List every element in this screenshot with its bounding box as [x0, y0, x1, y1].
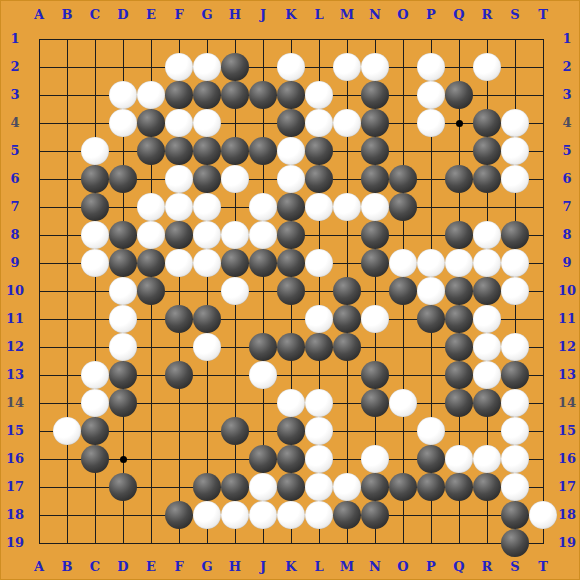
board-cell-E19[interactable]: [137, 529, 165, 557]
board-cell-N6[interactable]: [361, 165, 389, 193]
board-cell-P10[interactable]: [417, 277, 445, 305]
board-cell-L12[interactable]: [305, 333, 333, 361]
board-cell-B16[interactable]: [53, 445, 81, 473]
board-cell-Q12[interactable]: [445, 333, 473, 361]
board-cell-L17[interactable]: [305, 473, 333, 501]
board-cell-M5[interactable]: [333, 137, 361, 165]
board-cell-Q1[interactable]: [445, 25, 473, 53]
board-cell-L3[interactable]: [305, 81, 333, 109]
board-cell-S5[interactable]: [501, 137, 529, 165]
board-cell-Q3[interactable]: [445, 81, 473, 109]
board-cell-S15[interactable]: [501, 417, 529, 445]
board-cell-A12[interactable]: [25, 333, 53, 361]
board-cell-O8[interactable]: [389, 221, 417, 249]
board-cell-Q2[interactable]: [445, 53, 473, 81]
board-cell-B15[interactable]: [53, 417, 81, 445]
board-cell-A8[interactable]: [25, 221, 53, 249]
board-cell-H7[interactable]: [221, 193, 249, 221]
board-cell-O4[interactable]: [389, 109, 417, 137]
board-cell-C6[interactable]: [81, 165, 109, 193]
board-cell-F9[interactable]: [165, 249, 193, 277]
board-cell-T1[interactable]: [529, 25, 557, 53]
board-cell-O3[interactable]: [389, 81, 417, 109]
board-cell-C15[interactable]: [81, 417, 109, 445]
board-cell-T10[interactable]: [529, 277, 557, 305]
board-cell-B9[interactable]: [53, 249, 81, 277]
board-cell-D6[interactable]: [109, 165, 137, 193]
board-cell-B6[interactable]: [53, 165, 81, 193]
board-cell-Q10[interactable]: [445, 277, 473, 305]
board-cell-M11[interactable]: [333, 305, 361, 333]
board-cell-A14[interactable]: [25, 389, 53, 417]
board-cell-H18[interactable]: [221, 501, 249, 529]
board-cell-G4[interactable]: [193, 109, 221, 137]
board-cell-D5[interactable]: [109, 137, 137, 165]
board-cell-T8[interactable]: [529, 221, 557, 249]
board-cell-N11[interactable]: [361, 305, 389, 333]
board-cell-T11[interactable]: [529, 305, 557, 333]
board-cell-M15[interactable]: [333, 417, 361, 445]
board-cell-D4[interactable]: [109, 109, 137, 137]
board-cell-P8[interactable]: [417, 221, 445, 249]
board-cell-H17[interactable]: [221, 473, 249, 501]
board-cell-K17[interactable]: [277, 473, 305, 501]
board-cell-G9[interactable]: [193, 249, 221, 277]
board-cell-A4[interactable]: [25, 109, 53, 137]
board-cell-B12[interactable]: [53, 333, 81, 361]
board-cell-P16[interactable]: [417, 445, 445, 473]
board-cell-L1[interactable]: [305, 25, 333, 53]
board-cell-A6[interactable]: [25, 165, 53, 193]
board-cell-N2[interactable]: [361, 53, 389, 81]
board-cell-T2[interactable]: [529, 53, 557, 81]
board-cell-G15[interactable]: [193, 417, 221, 445]
board-cell-Q6[interactable]: [445, 165, 473, 193]
board-cell-D11[interactable]: [109, 305, 137, 333]
board-cell-H2[interactable]: [221, 53, 249, 81]
board-cell-S6[interactable]: [501, 165, 529, 193]
board-cell-C11[interactable]: [81, 305, 109, 333]
board-cell-A18[interactable]: [25, 501, 53, 529]
board-cell-N3[interactable]: [361, 81, 389, 109]
board-cell-P12[interactable]: [417, 333, 445, 361]
board-cell-E1[interactable]: [137, 25, 165, 53]
board-cell-A13[interactable]: [25, 361, 53, 389]
board-cell-J10[interactable]: [249, 277, 277, 305]
board-cell-E15[interactable]: [137, 417, 165, 445]
board-cell-C12[interactable]: [81, 333, 109, 361]
board-cell-F3[interactable]: [165, 81, 193, 109]
board-cell-M12[interactable]: [333, 333, 361, 361]
board-cell-R2[interactable]: [473, 53, 501, 81]
board-cell-B7[interactable]: [53, 193, 81, 221]
board-cell-E6[interactable]: [137, 165, 165, 193]
board-cell-F1[interactable]: [165, 25, 193, 53]
board-cell-F6[interactable]: [165, 165, 193, 193]
board-cell-L18[interactable]: [305, 501, 333, 529]
board-cell-C10[interactable]: [81, 277, 109, 305]
board-cell-Q13[interactable]: [445, 361, 473, 389]
board-cell-C2[interactable]: [81, 53, 109, 81]
board-cell-L13[interactable]: [305, 361, 333, 389]
board-cell-P7[interactable]: [417, 193, 445, 221]
board-cell-B5[interactable]: [53, 137, 81, 165]
board-cell-P4[interactable]: [417, 109, 445, 137]
board-cell-K13[interactable]: [277, 361, 305, 389]
board-cell-M13[interactable]: [333, 361, 361, 389]
board-cell-R16[interactable]: [473, 445, 501, 473]
board-cell-J9[interactable]: [249, 249, 277, 277]
board-cell-M3[interactable]: [333, 81, 361, 109]
board-cell-T12[interactable]: [529, 333, 557, 361]
board-cell-B13[interactable]: [53, 361, 81, 389]
board-cell-O9[interactable]: [389, 249, 417, 277]
board-cell-O18[interactable]: [389, 501, 417, 529]
board-cell-H8[interactable]: [221, 221, 249, 249]
board-cell-N13[interactable]: [361, 361, 389, 389]
board-cell-N9[interactable]: [361, 249, 389, 277]
board-cell-G3[interactable]: [193, 81, 221, 109]
board-cell-F17[interactable]: [165, 473, 193, 501]
board-cell-N7[interactable]: [361, 193, 389, 221]
board-cell-S3[interactable]: [501, 81, 529, 109]
board-cell-A19[interactable]: [25, 529, 53, 557]
board-cell-R8[interactable]: [473, 221, 501, 249]
board-cell-T4[interactable]: [529, 109, 557, 137]
board-cell-J14[interactable]: [249, 389, 277, 417]
board-cell-T19[interactable]: [529, 529, 557, 557]
board-cell-D16[interactable]: [109, 445, 137, 473]
board-cell-S17[interactable]: [501, 473, 529, 501]
board-cell-O12[interactable]: [389, 333, 417, 361]
board-cell-F2[interactable]: [165, 53, 193, 81]
board-cell-G18[interactable]: [193, 501, 221, 529]
board-cell-P18[interactable]: [417, 501, 445, 529]
board-cell-J18[interactable]: [249, 501, 277, 529]
board-cell-D15[interactable]: [109, 417, 137, 445]
board-cell-E9[interactable]: [137, 249, 165, 277]
board-cell-M4[interactable]: [333, 109, 361, 137]
board-cell-R1[interactable]: [473, 25, 501, 53]
board-cell-C18[interactable]: [81, 501, 109, 529]
board-cell-O7[interactable]: [389, 193, 417, 221]
board-cell-B10[interactable]: [53, 277, 81, 305]
board-cell-K12[interactable]: [277, 333, 305, 361]
board-cell-E17[interactable]: [137, 473, 165, 501]
board-cell-P2[interactable]: [417, 53, 445, 81]
board-cell-R14[interactable]: [473, 389, 501, 417]
board-cell-P11[interactable]: [417, 305, 445, 333]
board-cell-E2[interactable]: [137, 53, 165, 81]
board-cell-D9[interactable]: [109, 249, 137, 277]
board-cell-D12[interactable]: [109, 333, 137, 361]
board-cell-B2[interactable]: [53, 53, 81, 81]
board-cell-K8[interactable]: [277, 221, 305, 249]
board-cell-G13[interactable]: [193, 361, 221, 389]
board-cell-C5[interactable]: [81, 137, 109, 165]
board-cell-D18[interactable]: [109, 501, 137, 529]
board-cell-O1[interactable]: [389, 25, 417, 53]
board-cell-C1[interactable]: [81, 25, 109, 53]
board-cell-K7[interactable]: [277, 193, 305, 221]
board-cell-B18[interactable]: [53, 501, 81, 529]
board-cell-S12[interactable]: [501, 333, 529, 361]
board-cell-E4[interactable]: [137, 109, 165, 137]
board-cell-S9[interactable]: [501, 249, 529, 277]
board-cell-R5[interactable]: [473, 137, 501, 165]
board-cell-F7[interactable]: [165, 193, 193, 221]
board-cell-N14[interactable]: [361, 389, 389, 417]
board-cell-Q18[interactable]: [445, 501, 473, 529]
board-cell-T14[interactable]: [529, 389, 557, 417]
board-cell-L15[interactable]: [305, 417, 333, 445]
board-cell-J19[interactable]: [249, 529, 277, 557]
board-cell-J8[interactable]: [249, 221, 277, 249]
board-cell-K18[interactable]: [277, 501, 305, 529]
board-cell-N4[interactable]: [361, 109, 389, 137]
board-cell-S18[interactable]: [501, 501, 529, 529]
board-cell-K2[interactable]: [277, 53, 305, 81]
board-cell-L9[interactable]: [305, 249, 333, 277]
board-cell-A16[interactable]: [25, 445, 53, 473]
board-cell-S19[interactable]: [501, 529, 529, 557]
board-cell-O19[interactable]: [389, 529, 417, 557]
board-cell-M10[interactable]: [333, 277, 361, 305]
board-cell-K6[interactable]: [277, 165, 305, 193]
board-cell-G19[interactable]: [193, 529, 221, 557]
board-cell-H15[interactable]: [221, 417, 249, 445]
board-cell-M14[interactable]: [333, 389, 361, 417]
board-cell-O11[interactable]: [389, 305, 417, 333]
board-cell-L14[interactable]: [305, 389, 333, 417]
board-cell-T15[interactable]: [529, 417, 557, 445]
board-cell-A9[interactable]: [25, 249, 53, 277]
board-cell-J7[interactable]: [249, 193, 277, 221]
board-cell-J2[interactable]: [249, 53, 277, 81]
board-cell-H10[interactable]: [221, 277, 249, 305]
board-cell-C4[interactable]: [81, 109, 109, 137]
board-cell-S8[interactable]: [501, 221, 529, 249]
board-cell-Q19[interactable]: [445, 529, 473, 557]
board-cell-G5[interactable]: [193, 137, 221, 165]
board-cell-E5[interactable]: [137, 137, 165, 165]
board-cell-F12[interactable]: [165, 333, 193, 361]
board-cell-K9[interactable]: [277, 249, 305, 277]
board-cell-Q16[interactable]: [445, 445, 473, 473]
board-cell-Q9[interactable]: [445, 249, 473, 277]
board-cell-L11[interactable]: [305, 305, 333, 333]
board-cell-T18[interactable]: [529, 501, 557, 529]
board-cell-B8[interactable]: [53, 221, 81, 249]
board-cell-J6[interactable]: [249, 165, 277, 193]
board-cell-T9[interactable]: [529, 249, 557, 277]
board-cell-O14[interactable]: [389, 389, 417, 417]
board-cell-E11[interactable]: [137, 305, 165, 333]
board-cell-H5[interactable]: [221, 137, 249, 165]
board-cell-D1[interactable]: [109, 25, 137, 53]
board-cell-D14[interactable]: [109, 389, 137, 417]
board-cell-O10[interactable]: [389, 277, 417, 305]
board-cell-Q7[interactable]: [445, 193, 473, 221]
board-cell-R18[interactable]: [473, 501, 501, 529]
board-cell-N18[interactable]: [361, 501, 389, 529]
board-cell-L10[interactable]: [305, 277, 333, 305]
board-cell-D3[interactable]: [109, 81, 137, 109]
board-cell-F8[interactable]: [165, 221, 193, 249]
board-cell-K4[interactable]: [277, 109, 305, 137]
board-cell-K3[interactable]: [277, 81, 305, 109]
board-cell-J16[interactable]: [249, 445, 277, 473]
board-cell-C7[interactable]: [81, 193, 109, 221]
board-cell-N19[interactable]: [361, 529, 389, 557]
board-cell-H19[interactable]: [221, 529, 249, 557]
board-cell-T17[interactable]: [529, 473, 557, 501]
board-cell-S10[interactable]: [501, 277, 529, 305]
board-cell-S7[interactable]: [501, 193, 529, 221]
board-cell-K10[interactable]: [277, 277, 305, 305]
board-cell-S13[interactable]: [501, 361, 529, 389]
board-cell-D7[interactable]: [109, 193, 137, 221]
board-cell-P15[interactable]: [417, 417, 445, 445]
board-cell-P19[interactable]: [417, 529, 445, 557]
board-cell-K15[interactable]: [277, 417, 305, 445]
board-cell-G10[interactable]: [193, 277, 221, 305]
board-cell-Q5[interactable]: [445, 137, 473, 165]
board-cell-H1[interactable]: [221, 25, 249, 53]
board-cell-O5[interactable]: [389, 137, 417, 165]
board-cell-D8[interactable]: [109, 221, 137, 249]
board-cell-J11[interactable]: [249, 305, 277, 333]
board-cell-H9[interactable]: [221, 249, 249, 277]
board-cell-H3[interactable]: [221, 81, 249, 109]
board-cell-L5[interactable]: [305, 137, 333, 165]
board-cell-F4[interactable]: [165, 109, 193, 137]
board-cell-M6[interactable]: [333, 165, 361, 193]
board-cell-Q8[interactable]: [445, 221, 473, 249]
board-cell-B14[interactable]: [53, 389, 81, 417]
board-cell-D2[interactable]: [109, 53, 137, 81]
board-cell-R7[interactable]: [473, 193, 501, 221]
board-cell-E10[interactable]: [137, 277, 165, 305]
board-cell-C8[interactable]: [81, 221, 109, 249]
board-cell-P6[interactable]: [417, 165, 445, 193]
board-cell-H14[interactable]: [221, 389, 249, 417]
board-cell-O15[interactable]: [389, 417, 417, 445]
board-cell-O16[interactable]: [389, 445, 417, 473]
board-cell-M17[interactable]: [333, 473, 361, 501]
board-cell-L16[interactable]: [305, 445, 333, 473]
board-cell-E16[interactable]: [137, 445, 165, 473]
board-cell-J13[interactable]: [249, 361, 277, 389]
board-cell-S2[interactable]: [501, 53, 529, 81]
board-cell-A3[interactable]: [25, 81, 53, 109]
board-cell-G7[interactable]: [193, 193, 221, 221]
board-cell-N17[interactable]: [361, 473, 389, 501]
board-cell-D10[interactable]: [109, 277, 137, 305]
board-cell-R13[interactable]: [473, 361, 501, 389]
board-cell-N8[interactable]: [361, 221, 389, 249]
board-cell-N12[interactable]: [361, 333, 389, 361]
board-cell-A10[interactable]: [25, 277, 53, 305]
board-cell-O13[interactable]: [389, 361, 417, 389]
board-cell-N15[interactable]: [361, 417, 389, 445]
board-cell-M2[interactable]: [333, 53, 361, 81]
board-cell-R12[interactable]: [473, 333, 501, 361]
board-cell-J15[interactable]: [249, 417, 277, 445]
board-cell-J5[interactable]: [249, 137, 277, 165]
board-cell-C16[interactable]: [81, 445, 109, 473]
board-cell-K1[interactable]: [277, 25, 305, 53]
board-cell-R19[interactable]: [473, 529, 501, 557]
board-cell-C9[interactable]: [81, 249, 109, 277]
board-cell-M8[interactable]: [333, 221, 361, 249]
board-cell-H11[interactable]: [221, 305, 249, 333]
board-cell-B17[interactable]: [53, 473, 81, 501]
board-cell-T13[interactable]: [529, 361, 557, 389]
board-cell-T6[interactable]: [529, 165, 557, 193]
board-cell-L6[interactable]: [305, 165, 333, 193]
board-cell-G12[interactable]: [193, 333, 221, 361]
board-cell-A2[interactable]: [25, 53, 53, 81]
board-cell-E7[interactable]: [137, 193, 165, 221]
board-cell-S1[interactable]: [501, 25, 529, 53]
board-cell-N16[interactable]: [361, 445, 389, 473]
board-cell-M16[interactable]: [333, 445, 361, 473]
board-cell-F16[interactable]: [165, 445, 193, 473]
board-cell-H4[interactable]: [221, 109, 249, 137]
board-cell-C17[interactable]: [81, 473, 109, 501]
board-cell-O2[interactable]: [389, 53, 417, 81]
board-cell-A5[interactable]: [25, 137, 53, 165]
board-cell-C14[interactable]: [81, 389, 109, 417]
board-cell-E12[interactable]: [137, 333, 165, 361]
board-cell-Q17[interactable]: [445, 473, 473, 501]
board-cell-F15[interactable]: [165, 417, 193, 445]
board-cell-H6[interactable]: [221, 165, 249, 193]
board-cell-O6[interactable]: [389, 165, 417, 193]
board-cell-T3[interactable]: [529, 81, 557, 109]
board-cell-D13[interactable]: [109, 361, 137, 389]
board-cell-P13[interactable]: [417, 361, 445, 389]
board-cell-J3[interactable]: [249, 81, 277, 109]
board-cell-B4[interactable]: [53, 109, 81, 137]
board-cell-A15[interactable]: [25, 417, 53, 445]
board-cell-J1[interactable]: [249, 25, 277, 53]
board-cell-L7[interactable]: [305, 193, 333, 221]
board-cell-H16[interactable]: [221, 445, 249, 473]
board-cell-J4[interactable]: [249, 109, 277, 137]
board-cell-J17[interactable]: [249, 473, 277, 501]
board-cell-E13[interactable]: [137, 361, 165, 389]
board-cell-B11[interactable]: [53, 305, 81, 333]
board-cell-P14[interactable]: [417, 389, 445, 417]
board-cell-K11[interactable]: [277, 305, 305, 333]
board-cell-M7[interactable]: [333, 193, 361, 221]
board-cell-R4[interactable]: [473, 109, 501, 137]
board-cell-P3[interactable]: [417, 81, 445, 109]
board-cell-R6[interactable]: [473, 165, 501, 193]
board-cell-D19[interactable]: [109, 529, 137, 557]
board-cell-B1[interactable]: [53, 25, 81, 53]
board-cell-M19[interactable]: [333, 529, 361, 557]
board-cell-K5[interactable]: [277, 137, 305, 165]
board-cell-C19[interactable]: [81, 529, 109, 557]
board-cell-S11[interactable]: [501, 305, 529, 333]
board-cell-N10[interactable]: [361, 277, 389, 305]
board-cell-G6[interactable]: [193, 165, 221, 193]
board-cell-N5[interactable]: [361, 137, 389, 165]
board-cell-F11[interactable]: [165, 305, 193, 333]
